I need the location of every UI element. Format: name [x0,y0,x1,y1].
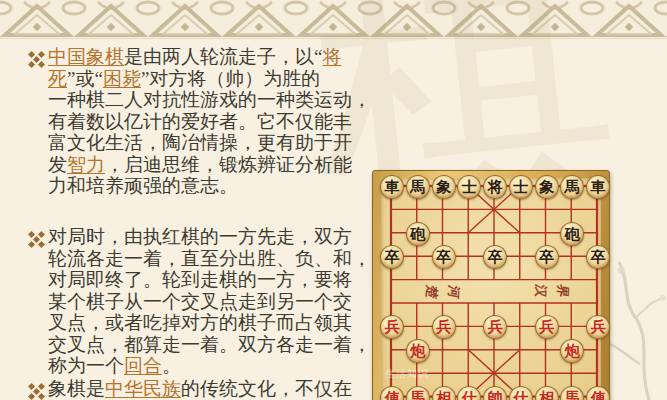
text-run: ”或“ [67,68,103,89]
red-soldier-piece: 兵 [432,315,456,339]
river-label-chu-he: 楚河 [425,283,460,301]
red-cannon-piece: 炮 [406,339,430,363]
hyperlink[interactable]: 中华民族 [105,378,181,399]
text-run: 对局即终了。轮到走棋的一方，要将 [48,269,352,290]
river-character: 界 [553,283,571,299]
black-soldier-piece: 卒 [535,245,559,269]
board-grid [373,171,609,400]
text-run: 富文化生活，陶冶情操，更有助于开 [48,132,352,153]
bullet-paragraph-3: 象棋是中华民族的传统文化，不仅在 [26,378,372,400]
black-elephant-piece: 象 [535,175,559,199]
river-character: 河 [444,284,462,300]
black-elephant-piece: 象 [432,175,456,199]
text-run: 力和培养顽强的意志。 [48,175,238,196]
hyperlink[interactable]: 智力 [67,154,105,175]
red-cannon-piece: 炮 [560,339,584,363]
text-run: 交叉点，都算走一着。双方各走一着， [48,334,371,355]
river-label-han-jie: 汉界 [534,282,569,300]
hyperlink[interactable]: 死 [48,68,67,89]
black-soldier-piece: 卒 [483,245,507,269]
text-run: 。 [162,355,181,376]
hyperlink[interactable]: 回合 [124,355,162,376]
black-chariot-piece: 車 [586,175,610,199]
hyperlink[interactable]: 中国象棋 [48,46,124,67]
text-run: 有着数以亿计的爱好者。它不仅能丰 [48,111,352,132]
presentation-slide: 棋 中国象棋是由两人轮流走子，以“将死”或“困毙”对方将（帅）为胜的一种棋二人对… [0,0,667,400]
text-run: 是由两人轮流走子，以“ [124,46,322,67]
black-advisor-piece: 士 [509,175,533,199]
bullet-paragraph-1: 中国象棋是由两人轮流走子，以“将死”或“困毙”对方将（帅）为胜的一种棋二人对抗性… [26,46,372,197]
text-run: 一种棋二人对抗性游戏的一种类运动， [48,89,371,110]
photo-watermark: 生活知识 [385,367,429,381]
black-cannon-piece: 砲 [406,222,430,246]
black-general-piece: 将 [483,175,507,199]
text-run: 叉点，或者吃掉对方的棋子而占领其 [48,312,352,333]
black-horse-piece: 馬 [406,175,430,199]
river-character: 汉 [531,283,549,299]
text-run: ”对方将（帅）为胜的 [141,68,320,89]
black-chariot-piece: 車 [380,175,404,199]
text-run: 的传统文化，不仅在 [181,378,352,399]
black-soldier-piece: 卒 [432,245,456,269]
text-run: 发 [48,154,67,175]
black-soldier-piece: 卒 [586,245,610,269]
bullet-diamond-icon [28,231,44,247]
text-run: 称为一个 [48,355,124,376]
text-run: 对局时，由执红棋的一方先走，双方 [48,226,352,247]
xiangqi-board: 楚河 汉界 車馬象士将士象馬車砲砲卒卒卒卒卒兵兵兵兵兵炮炮俥馬相仕帥仕相馬俥 生… [372,170,610,400]
hyperlink[interactable]: 困毙 [103,68,141,89]
river-character: 楚 [422,284,440,300]
hyperlink[interactable]: 将 [322,46,341,67]
red-soldier-piece: 兵 [535,315,559,339]
text-run: 象棋是 [48,378,105,399]
bullet-diamond-icon [28,51,44,67]
bullet-diamond-icon [28,383,44,399]
black-soldier-piece: 卒 [380,245,404,269]
slide-text-column: 中国象棋是由两人轮流走子，以“将死”或“困毙”对方将（帅）为胜的一种棋二人对抗性… [0,0,372,400]
text-run: ，启迪思维，锻炼辨证分析能 [105,154,352,175]
text-run: 某个棋子从一个交叉点走到另一个交 [48,291,352,312]
bullet-paragraph-2: 对局时，由执红棋的一方先走，双方轮流各走一着，直至分出胜、负、和，对局即终了。轮… [26,226,372,377]
text-run: 轮流各走一着，直至分出胜、负、和， [48,248,371,269]
black-cannon-piece: 砲 [560,222,584,246]
